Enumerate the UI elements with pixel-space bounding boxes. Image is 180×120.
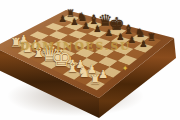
brass-inlay-icon: ✦ [119,64,131,74]
product-photo: ✦ ♜♞♝♛♚♝♞♜♟♟♟♟♟♟♟♟♟♟♟♟♟♟♟♟♜♞♝♛♚♝♞♜ DOMIN… [0,0,180,120]
piece-white-rook[interactable]: ♜ [83,73,107,86]
piece-black-pawn[interactable]: ♟ [131,40,155,49]
